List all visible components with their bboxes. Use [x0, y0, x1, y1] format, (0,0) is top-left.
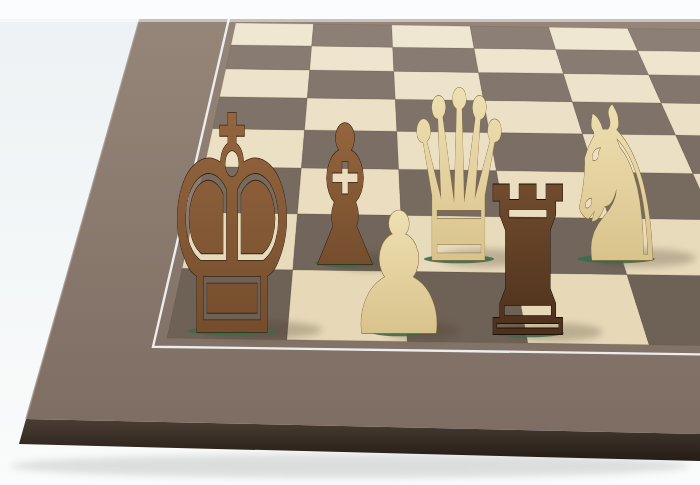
piece-black-rook[interactable]: ♜ [473, 144, 583, 383]
square-b8[interactable] [312, 24, 393, 47]
piece-white-pawn[interactable]: ♟ [343, 177, 456, 373]
photo-top-margin-fade [0, 19, 700, 22]
photo-top-margin [0, 0, 700, 19]
chessboard-photo: ♞♛♝♚♟♜ [0, 0, 700, 485]
square-a8[interactable] [231, 23, 314, 46]
square-e8[interactable] [549, 27, 638, 50]
square-f8[interactable] [628, 29, 700, 52]
chessboard-scene: ♞♛♝♚♟♜ [0, 0, 700, 485]
piece-black-king[interactable]: ♚ [162, 53, 302, 402]
square-b7[interactable] [310, 46, 394, 71]
